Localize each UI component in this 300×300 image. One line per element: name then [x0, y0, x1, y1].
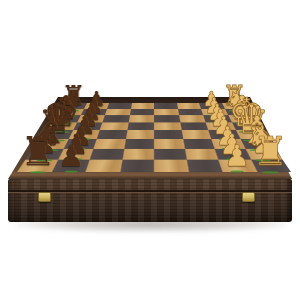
chess-set-photo: ♜♟♟♜♞♟♟♞♝♟♟♝♚♟♟♚♛♟♟♛♝♟♟♝♞♟♟♞♜♟♟♜: [0, 0, 300, 300]
piece-black-rook[interactable]: ♜: [20, 133, 56, 173]
white-rook-glyph: ♜: [252, 133, 288, 173]
pieces-layer: ♜♟♟♜♞♟♟♞♝♟♟♝♚♟♟♚♛♟♟♛♝♟♟♝♞♟♟♞♜♟♟♜: [0, 0, 300, 300]
piece-white-pawn[interactable]: ♟: [224, 142, 250, 172]
black-pawn-glyph: ♟: [58, 142, 84, 172]
piece-white-rook[interactable]: ♜: [252, 133, 288, 173]
white-pawn-glyph: ♟: [224, 142, 250, 172]
green-felt-base: [262, 171, 279, 173]
black-rook-glyph: ♜: [20, 133, 56, 173]
piece-black-pawn[interactable]: ♟: [58, 142, 84, 172]
green-felt-base: [30, 171, 47, 173]
